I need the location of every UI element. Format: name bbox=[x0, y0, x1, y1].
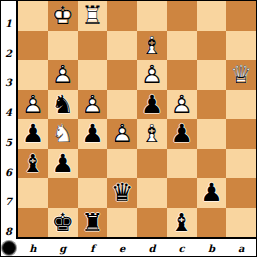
white-pawn: ♟ bbox=[48, 60, 78, 90]
white-pawn-outline-icon: ♙ bbox=[78, 90, 108, 120]
square-g5[interactable]: ♞♘ bbox=[48, 119, 78, 149]
square-d2[interactable]: ♝♗ bbox=[137, 31, 167, 61]
square-b7[interactable]: ♟ bbox=[197, 178, 227, 208]
side-to-move-indicator bbox=[1, 240, 16, 256]
rank-label-6: 6 bbox=[1, 150, 16, 180]
square-b1[interactable] bbox=[197, 1, 227, 31]
square-f4[interactable]: ♟♙ bbox=[78, 90, 108, 120]
square-h8[interactable] bbox=[18, 208, 48, 238]
square-e4[interactable] bbox=[107, 90, 137, 120]
square-g6[interactable]: ♟ bbox=[48, 149, 78, 179]
white-queen: ♛ bbox=[226, 60, 256, 90]
square-a3[interactable]: ♛♕ bbox=[226, 60, 256, 90]
file-labels: hgfedcba bbox=[18, 241, 256, 256]
file-label-d: d bbox=[137, 241, 167, 256]
white-bishop-outline-icon: ♗ bbox=[137, 119, 167, 149]
square-a6[interactable] bbox=[226, 149, 256, 179]
square-g3[interactable]: ♟♙ bbox=[48, 60, 78, 90]
square-d7[interactable] bbox=[137, 178, 167, 208]
black-queen: ♛ bbox=[107, 178, 137, 208]
white-queen-outline-icon: ♕ bbox=[226, 60, 256, 90]
rank-label-1: 1 bbox=[1, 1, 16, 31]
square-e6[interactable] bbox=[107, 149, 137, 179]
black-pawn: ♟ bbox=[48, 149, 78, 179]
file-label-a: a bbox=[226, 241, 256, 256]
square-c1[interactable] bbox=[167, 1, 197, 31]
black-knight: ♞ bbox=[48, 90, 78, 120]
white-pawn-outline-icon: ♙ bbox=[137, 60, 167, 90]
white-pawn-outline-icon: ♙ bbox=[107, 119, 137, 149]
file-label-f: f bbox=[78, 241, 108, 256]
square-f7[interactable] bbox=[78, 178, 108, 208]
black-pawn: ♟ bbox=[167, 119, 197, 149]
square-h6[interactable]: ♝ bbox=[18, 149, 48, 179]
square-e8[interactable] bbox=[107, 208, 137, 238]
black-rook: ♜ bbox=[78, 208, 108, 238]
white-king: ♚ bbox=[48, 1, 78, 31]
black-bishop: ♝ bbox=[18, 149, 48, 179]
rank-label-4: 4 bbox=[1, 90, 16, 120]
square-f1[interactable]: ♜♖ bbox=[78, 1, 108, 31]
rank-label-2: 2 bbox=[1, 31, 16, 61]
square-h4[interactable]: ♟♙ bbox=[18, 90, 48, 120]
square-d6[interactable] bbox=[137, 149, 167, 179]
square-a2[interactable] bbox=[226, 31, 256, 61]
white-pawn: ♟ bbox=[18, 90, 48, 120]
square-f6[interactable] bbox=[78, 149, 108, 179]
square-c2[interactable] bbox=[167, 31, 197, 61]
square-g1[interactable]: ♚♔ bbox=[48, 1, 78, 31]
square-h3[interactable] bbox=[18, 60, 48, 90]
white-bishop: ♝ bbox=[137, 31, 167, 61]
white-pawn: ♟ bbox=[78, 90, 108, 120]
white-pawn-outline-icon: ♙ bbox=[18, 90, 48, 120]
white-bishop: ♝ bbox=[137, 119, 167, 149]
black-king: ♚ bbox=[48, 208, 78, 238]
white-pawn-outline-icon: ♙ bbox=[48, 60, 78, 90]
square-b8[interactable] bbox=[197, 208, 227, 238]
square-a5[interactable] bbox=[226, 119, 256, 149]
file-label-b: b bbox=[197, 241, 227, 256]
chess-board-diagram: 12345678 ♚♔♜♖♝♗♟♙♟♙♛♕♟♙♞♟♙♟♟♙♟♞♘♟♟♙♝♗♟♝♟… bbox=[0, 0, 257, 257]
white-pawn: ♟ bbox=[137, 60, 167, 90]
black-pawn: ♟ bbox=[137, 90, 167, 120]
white-king-outline-icon: ♔ bbox=[48, 1, 78, 31]
white-rook-outline-icon: ♖ bbox=[78, 1, 108, 31]
rank-label-5: 5 bbox=[1, 120, 16, 150]
square-h2[interactable] bbox=[18, 31, 48, 61]
square-f8[interactable]: ♜ bbox=[78, 208, 108, 238]
square-a4[interactable] bbox=[226, 90, 256, 120]
square-a7[interactable] bbox=[226, 178, 256, 208]
chess-board: ♚♔♜♖♝♗♟♙♟♙♛♕♟♙♞♟♙♟♟♙♟♞♘♟♟♙♝♗♟♝♟♛♟♚♜♝ bbox=[16, 1, 256, 239]
square-f3[interactable] bbox=[78, 60, 108, 90]
square-e5[interactable]: ♟♙ bbox=[107, 119, 137, 149]
square-b4[interactable] bbox=[197, 90, 227, 120]
square-b6[interactable] bbox=[197, 149, 227, 179]
square-e1[interactable] bbox=[107, 1, 137, 31]
square-b3[interactable] bbox=[197, 60, 227, 90]
square-c7[interactable] bbox=[167, 178, 197, 208]
black-pawn: ♟ bbox=[18, 119, 48, 149]
square-c4[interactable]: ♟♙ bbox=[167, 90, 197, 120]
square-b5[interactable] bbox=[197, 119, 227, 149]
white-knight-outline-icon: ♘ bbox=[48, 119, 78, 149]
square-c6[interactable] bbox=[167, 149, 197, 179]
square-h1[interactable] bbox=[18, 1, 48, 31]
square-g7[interactable] bbox=[48, 178, 78, 208]
square-e3[interactable] bbox=[107, 60, 137, 90]
black-pawn: ♟ bbox=[78, 119, 108, 149]
square-e2[interactable] bbox=[107, 31, 137, 61]
white-rook: ♜ bbox=[78, 1, 108, 31]
white-pawn: ♟ bbox=[107, 119, 137, 149]
square-h7[interactable] bbox=[18, 178, 48, 208]
square-c5[interactable]: ♟ bbox=[167, 119, 197, 149]
white-bishop-outline-icon: ♗ bbox=[137, 31, 167, 61]
square-a1[interactable] bbox=[226, 1, 256, 31]
rank-label-8: 8 bbox=[1, 209, 16, 239]
file-label-g: g bbox=[48, 241, 78, 256]
square-e7[interactable]: ♛ bbox=[107, 178, 137, 208]
rank-labels: 12345678 bbox=[1, 1, 16, 239]
black-pawn: ♟ bbox=[197, 178, 227, 208]
square-d5[interactable]: ♝♗ bbox=[137, 119, 167, 149]
square-d8[interactable] bbox=[137, 208, 167, 238]
file-label-e: e bbox=[107, 241, 137, 256]
white-pawn-outline-icon: ♙ bbox=[167, 90, 197, 120]
square-d4[interactable]: ♟ bbox=[137, 90, 167, 120]
rank-label-7: 7 bbox=[1, 180, 16, 210]
square-h5[interactable]: ♟ bbox=[18, 119, 48, 149]
rank-label-3: 3 bbox=[1, 61, 16, 91]
square-c3[interactable] bbox=[167, 60, 197, 90]
square-g8[interactable]: ♚ bbox=[48, 208, 78, 238]
white-pawn: ♟ bbox=[167, 90, 197, 120]
file-label-c: c bbox=[167, 241, 197, 256]
square-b2[interactable] bbox=[197, 31, 227, 61]
black-bishop: ♝ bbox=[167, 208, 197, 238]
file-label-h: h bbox=[18, 241, 48, 256]
square-d1[interactable] bbox=[137, 1, 167, 31]
square-f5[interactable]: ♟ bbox=[78, 119, 108, 149]
white-knight: ♞ bbox=[48, 119, 78, 149]
square-f2[interactable] bbox=[78, 31, 108, 61]
square-d3[interactable]: ♟♙ bbox=[137, 60, 167, 90]
square-g2[interactable] bbox=[48, 31, 78, 61]
square-g4[interactable]: ♞ bbox=[48, 90, 78, 120]
square-c8[interactable]: ♝ bbox=[167, 208, 197, 238]
black-to-move-dot-icon bbox=[2, 241, 16, 255]
square-a8[interactable] bbox=[226, 208, 256, 238]
